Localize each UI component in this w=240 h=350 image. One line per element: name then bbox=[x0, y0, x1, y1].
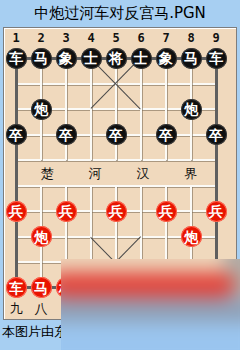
piece-red-炮[interactable]: 炮 bbox=[31, 226, 52, 247]
file-number-label: 9 bbox=[206, 31, 226, 45]
piece-red-仕[interactable]: 仕 bbox=[81, 277, 102, 298]
piece-red-相[interactable]: 相 bbox=[56, 277, 77, 298]
piece-black-车[interactable]: 车 bbox=[206, 48, 227, 69]
piece-red-马[interactable]: 马 bbox=[181, 277, 202, 298]
grid-line bbox=[15, 56, 18, 290]
piece-red-车[interactable]: 车 bbox=[206, 277, 227, 298]
piece-black-卒[interactable]: 卒 bbox=[206, 124, 227, 145]
piece-red-兵[interactable]: 兵 bbox=[6, 201, 27, 222]
grid-line bbox=[215, 56, 218, 290]
piece-red-兵[interactable]: 兵 bbox=[206, 201, 227, 222]
piece-black-炮[interactable]: 炮 bbox=[31, 99, 52, 120]
river-text-han: 汉 bbox=[134, 165, 152, 183]
bottom-file-label: 九 bbox=[5, 300, 27, 318]
piece-red-炮[interactable]: 炮 bbox=[181, 226, 202, 247]
file-number-label: 7 bbox=[156, 31, 176, 45]
piece-red-仕[interactable]: 仕 bbox=[131, 277, 152, 298]
piece-red-帅[interactable]: 帅 bbox=[106, 277, 127, 298]
piece-red-马[interactable]: 马 bbox=[31, 277, 52, 298]
piece-black-车[interactable]: 车 bbox=[6, 48, 27, 69]
piece-red-兵[interactable]: 兵 bbox=[106, 201, 127, 222]
watermark-text: 本图片由东 bbox=[2, 323, 67, 341]
piece-black-卒[interactable]: 卒 bbox=[106, 124, 127, 145]
piece-red-车[interactable]: 车 bbox=[6, 277, 27, 298]
file-number-label: 8 bbox=[181, 31, 201, 45]
piece-black-马[interactable]: 马 bbox=[181, 48, 202, 69]
piece-black-卒[interactable]: 卒 bbox=[156, 124, 177, 145]
file-number-label: 5 bbox=[106, 31, 126, 45]
file-number-label: 6 bbox=[131, 31, 151, 45]
piece-red-兵[interactable]: 兵 bbox=[156, 201, 177, 222]
piece-black-象[interactable]: 象 bbox=[56, 48, 77, 69]
board-grid: 楚 河 汉 界 123456789九八车马象士将士象马车炮炮卒卒卒卒卒兵兵兵兵兵… bbox=[4, 28, 236, 319]
piece-black-炮[interactable]: 炮 bbox=[181, 99, 202, 120]
file-number-label: 3 bbox=[56, 31, 76, 45]
piece-black-士[interactable]: 士 bbox=[131, 48, 152, 69]
file-number-label: 2 bbox=[31, 31, 51, 45]
piece-red-兵[interactable]: 兵 bbox=[56, 201, 77, 222]
xiangqi-board: 楚 河 汉 界 123456789九八车马象士将士象马车炮炮卒卒卒卒卒兵兵兵兵兵… bbox=[3, 27, 237, 320]
piece-black-卒[interactable]: 卒 bbox=[6, 124, 27, 145]
piece-red-相[interactable]: 相 bbox=[156, 277, 177, 298]
river-text-jie: 界 bbox=[182, 165, 200, 183]
file-number-label: 1 bbox=[6, 31, 26, 45]
page-title: 中炮过河车对反宫马.PGN bbox=[0, 4, 240, 24]
river-text-chu: 楚 bbox=[38, 165, 56, 183]
piece-black-将[interactable]: 将 bbox=[106, 48, 127, 69]
river-text-he: 河 bbox=[86, 165, 104, 183]
file-number-label: 4 bbox=[81, 31, 101, 45]
piece-black-象[interactable]: 象 bbox=[156, 48, 177, 69]
piece-black-士[interactable]: 士 bbox=[81, 48, 102, 69]
bottom-file-label: 八 bbox=[30, 300, 52, 318]
piece-black-马[interactable]: 马 bbox=[31, 48, 52, 69]
page: 中炮过河车对反宫马.PGN 楚 河 汉 界 123456789九八车马象士将士象… bbox=[0, 0, 240, 350]
piece-black-卒[interactable]: 卒 bbox=[56, 124, 77, 145]
